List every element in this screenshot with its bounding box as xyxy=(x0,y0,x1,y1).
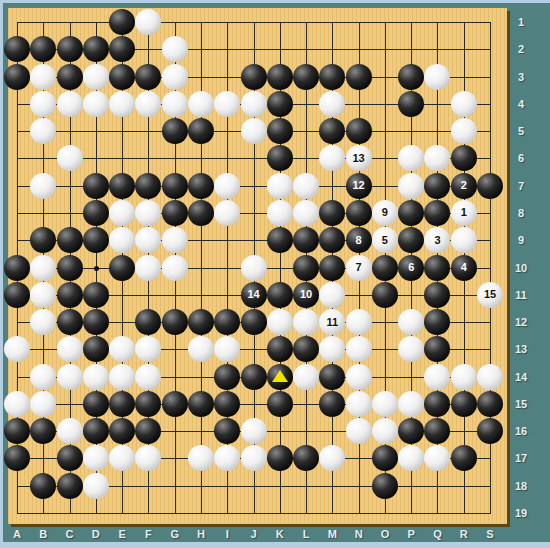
black-stone-R17[interactable] xyxy=(451,445,477,471)
white-stone-M13[interactable] xyxy=(319,336,345,362)
black-stone-J3[interactable] xyxy=(241,64,267,90)
row-label-15: 15 xyxy=(515,398,527,410)
column-label-E: E xyxy=(118,528,125,540)
black-stone-R10[interactable]: 4 xyxy=(451,255,477,281)
white-stone-O8[interactable]: 9 xyxy=(372,200,398,226)
black-stone-P10[interactable]: 6 xyxy=(398,255,424,281)
white-stone-I7[interactable] xyxy=(214,173,240,199)
white-stone-B14[interactable] xyxy=(30,364,56,390)
black-stone-D11[interactable] xyxy=(83,282,109,308)
black-stone-Q7[interactable] xyxy=(424,173,450,199)
black-stone-C11[interactable] xyxy=(57,282,83,308)
black-stone-L9[interactable] xyxy=(293,227,319,253)
white-stone-B3[interactable] xyxy=(30,64,56,90)
white-stone-L7[interactable] xyxy=(293,173,319,199)
white-stone-Q3[interactable] xyxy=(424,64,450,90)
black-stone-I14[interactable] xyxy=(214,364,240,390)
black-stone-P4[interactable] xyxy=(398,91,424,117)
black-stone-H5[interactable] xyxy=(188,118,214,144)
column-label-R: R xyxy=(460,528,468,540)
row-label-14: 14 xyxy=(515,371,527,383)
white-stone-J17[interactable] xyxy=(241,445,267,471)
black-stone-K5[interactable] xyxy=(267,118,293,144)
black-stone-L3[interactable] xyxy=(293,64,319,90)
white-stone-Q14[interactable] xyxy=(424,364,450,390)
column-label-C: C xyxy=(66,528,74,540)
white-stone-Q17[interactable] xyxy=(424,445,450,471)
black-stone-Q15[interactable] xyxy=(424,391,450,417)
column-label-F: F xyxy=(145,528,152,540)
black-stone-K9[interactable] xyxy=(267,227,293,253)
white-stone-I13[interactable] xyxy=(214,336,240,362)
black-stone-E3[interactable] xyxy=(109,64,135,90)
white-stone-J5[interactable] xyxy=(241,118,267,144)
black-stone-E2[interactable] xyxy=(109,36,135,62)
column-label-D: D xyxy=(92,528,100,540)
white-stone-R8[interactable]: 1 xyxy=(451,200,477,226)
black-stone-S7[interactable] xyxy=(477,173,503,199)
black-stone-D16[interactable] xyxy=(83,418,109,444)
white-stone-N13[interactable] xyxy=(346,336,372,362)
go-diagram: { "game": "go", "board_size": 19, "posit… xyxy=(0,0,550,548)
white-stone-H17[interactable] xyxy=(188,445,214,471)
black-stone-L17[interactable] xyxy=(293,445,319,471)
white-stone-B5[interactable] xyxy=(30,118,56,144)
black-stone-Q8[interactable] xyxy=(424,200,450,226)
black-stone-G5[interactable] xyxy=(162,118,188,144)
black-stone-A3[interactable] xyxy=(4,64,30,90)
white-stone-M12[interactable]: 11 xyxy=(319,309,345,335)
white-stone-H4[interactable] xyxy=(188,91,214,117)
white-stone-H13[interactable] xyxy=(188,336,214,362)
grid-line-horizontal xyxy=(17,513,491,514)
black-stone-C9[interactable] xyxy=(57,227,83,253)
white-stone-S11[interactable]: 15 xyxy=(477,282,503,308)
white-stone-B12[interactable] xyxy=(30,309,56,335)
white-stone-E4[interactable] xyxy=(109,91,135,117)
black-stone-G15[interactable] xyxy=(162,391,188,417)
black-stone-Q13[interactable] xyxy=(424,336,450,362)
white-stone-R5[interactable] xyxy=(451,118,477,144)
black-stone-M3[interactable] xyxy=(319,64,345,90)
black-stone-M15[interactable] xyxy=(319,391,345,417)
black-stone-O18[interactable] xyxy=(372,473,398,499)
black-stone-N5[interactable] xyxy=(346,118,372,144)
row-label-6: 6 xyxy=(518,152,524,164)
white-stone-L12[interactable] xyxy=(293,309,319,335)
white-stone-P15[interactable] xyxy=(398,391,424,417)
row-label-18: 18 xyxy=(515,480,527,492)
black-stone-A10[interactable] xyxy=(4,255,30,281)
white-stone-O9[interactable]: 5 xyxy=(372,227,398,253)
white-stone-M6[interactable] xyxy=(319,145,345,171)
black-stone-E15[interactable] xyxy=(109,391,135,417)
black-stone-M10[interactable] xyxy=(319,255,345,281)
black-stone-D15[interactable] xyxy=(83,391,109,417)
row-label-12: 12 xyxy=(515,316,527,328)
black-stone-Q11[interactable] xyxy=(424,282,450,308)
white-stone-D17[interactable] xyxy=(83,445,109,471)
black-stone-E7[interactable] xyxy=(109,173,135,199)
black-stone-B18[interactable] xyxy=(30,473,56,499)
row-label-13: 13 xyxy=(515,343,527,355)
column-label-M: M xyxy=(328,528,337,540)
black-stone-F7[interactable] xyxy=(135,173,161,199)
black-stone-D2[interactable] xyxy=(83,36,109,62)
white-stone-M11[interactable] xyxy=(319,282,345,308)
column-label-Q: Q xyxy=(433,528,442,540)
white-stone-A13[interactable] xyxy=(4,336,30,362)
white-stone-C6[interactable] xyxy=(57,145,83,171)
row-label-9: 9 xyxy=(518,234,524,246)
black-stone-P16[interactable] xyxy=(398,418,424,444)
row-label-3: 3 xyxy=(518,71,524,83)
white-stone-L14[interactable] xyxy=(293,364,319,390)
white-stone-G10[interactable] xyxy=(162,255,188,281)
black-stone-O10[interactable] xyxy=(372,255,398,281)
white-stone-F4[interactable] xyxy=(135,91,161,117)
white-stone-Q9[interactable]: 3 xyxy=(424,227,450,253)
black-stone-A11[interactable] xyxy=(4,282,30,308)
white-stone-D14[interactable] xyxy=(83,364,109,390)
white-stone-C14[interactable] xyxy=(57,364,83,390)
frame-highlight-bottom xyxy=(0,542,550,548)
row-label-7: 7 xyxy=(518,180,524,192)
white-stone-J10[interactable] xyxy=(241,255,267,281)
black-stone-D7[interactable] xyxy=(83,173,109,199)
black-stone-K17[interactable] xyxy=(267,445,293,471)
black-stone-J11[interactable]: 14 xyxy=(241,282,267,308)
black-stone-J14[interactable] xyxy=(241,364,267,390)
black-stone-M14[interactable] xyxy=(319,364,345,390)
black-stone-H7[interactable] xyxy=(188,173,214,199)
column-label-S: S xyxy=(486,528,493,540)
white-stone-F1[interactable] xyxy=(135,9,161,35)
black-stone-F16[interactable] xyxy=(135,418,161,444)
column-label-P: P xyxy=(408,528,415,540)
frame-highlight-top xyxy=(0,0,550,3)
black-stone-R6[interactable] xyxy=(451,145,477,171)
white-stone-E9[interactable] xyxy=(109,227,135,253)
column-label-A: A xyxy=(13,528,21,540)
row-label-4: 4 xyxy=(518,98,524,110)
white-stone-G3[interactable] xyxy=(162,64,188,90)
black-stone-L11[interactable]: 10 xyxy=(293,282,319,308)
black-stone-D12[interactable] xyxy=(83,309,109,335)
black-stone-O11[interactable] xyxy=(372,282,398,308)
white-stone-A15[interactable] xyxy=(4,391,30,417)
white-stone-F9[interactable] xyxy=(135,227,161,253)
white-stone-B15[interactable] xyxy=(30,391,56,417)
black-stone-F12[interactable] xyxy=(135,309,161,335)
white-stone-R14[interactable] xyxy=(451,364,477,390)
black-stone-C18[interactable] xyxy=(57,473,83,499)
black-stone-Q10[interactable] xyxy=(424,255,450,281)
white-stone-N16[interactable] xyxy=(346,418,372,444)
white-stone-E13[interactable] xyxy=(109,336,135,362)
star-point xyxy=(94,266,99,271)
white-stone-R4[interactable] xyxy=(451,91,477,117)
black-stone-H8[interactable] xyxy=(188,200,214,226)
white-stone-L8[interactable] xyxy=(293,200,319,226)
black-stone-A2[interactable] xyxy=(4,36,30,62)
black-stone-G7[interactable] xyxy=(162,173,188,199)
white-stone-P7[interactable] xyxy=(398,173,424,199)
black-stone-K3[interactable] xyxy=(267,64,293,90)
row-label-17: 17 xyxy=(515,452,527,464)
white-stone-D3[interactable] xyxy=(83,64,109,90)
black-stone-K13[interactable] xyxy=(267,336,293,362)
black-stone-G8[interactable] xyxy=(162,200,188,226)
black-stone-I15[interactable] xyxy=(214,391,240,417)
row-label-10: 10 xyxy=(515,262,527,274)
white-stone-J16[interactable] xyxy=(241,418,267,444)
black-stone-H12[interactable] xyxy=(188,309,214,335)
black-stone-H15[interactable] xyxy=(188,391,214,417)
black-stone-E16[interactable] xyxy=(109,418,135,444)
black-stone-F15[interactable] xyxy=(135,391,161,417)
black-stone-N9[interactable]: 8 xyxy=(346,227,372,253)
white-stone-E17[interactable] xyxy=(109,445,135,471)
black-stone-C10[interactable] xyxy=(57,255,83,281)
white-stone-J4[interactable] xyxy=(241,91,267,117)
column-label-O: O xyxy=(381,528,390,540)
white-stone-E14[interactable] xyxy=(109,364,135,390)
column-label-L: L xyxy=(303,528,310,540)
black-stone-B16[interactable] xyxy=(30,418,56,444)
black-stone-N7[interactable]: 12 xyxy=(346,173,372,199)
black-stone-S16[interactable] xyxy=(477,418,503,444)
row-label-5: 5 xyxy=(518,125,524,137)
white-stone-P13[interactable] xyxy=(398,336,424,362)
row-label-2: 2 xyxy=(518,43,524,55)
black-stone-K15[interactable] xyxy=(267,391,293,417)
column-label-G: G xyxy=(170,528,179,540)
white-stone-I17[interactable] xyxy=(214,445,240,471)
white-stone-R9[interactable] xyxy=(451,227,477,253)
black-stone-P9[interactable] xyxy=(398,227,424,253)
white-stone-B10[interactable] xyxy=(30,255,56,281)
white-stone-B11[interactable] xyxy=(30,282,56,308)
black-stone-N3[interactable] xyxy=(346,64,372,90)
black-stone-I16[interactable] xyxy=(214,418,240,444)
black-stone-G12[interactable] xyxy=(162,309,188,335)
black-stone-Q16[interactable] xyxy=(424,418,450,444)
white-stone-P17[interactable] xyxy=(398,445,424,471)
black-stone-F3[interactable] xyxy=(135,64,161,90)
black-stone-K11[interactable] xyxy=(267,282,293,308)
white-stone-N12[interactable] xyxy=(346,309,372,335)
black-stone-R15[interactable] xyxy=(451,391,477,417)
white-stone-N15[interactable] xyxy=(346,391,372,417)
black-stone-D13[interactable] xyxy=(83,336,109,362)
white-stone-P6[interactable] xyxy=(398,145,424,171)
white-stone-G2[interactable] xyxy=(162,36,188,62)
white-stone-N10[interactable]: 7 xyxy=(346,255,372,281)
white-stone-E8[interactable] xyxy=(109,200,135,226)
black-stone-Q12[interactable] xyxy=(424,309,450,335)
black-stone-S15[interactable] xyxy=(477,391,503,417)
white-stone-F10[interactable] xyxy=(135,255,161,281)
white-stone-C13[interactable] xyxy=(57,336,83,362)
black-stone-M5[interactable] xyxy=(319,118,345,144)
black-stone-B2[interactable] xyxy=(30,36,56,62)
white-stone-N6[interactable]: 13 xyxy=(346,145,372,171)
white-stone-F13[interactable] xyxy=(135,336,161,362)
white-stone-N14[interactable] xyxy=(346,364,372,390)
white-stone-I4[interactable] xyxy=(214,91,240,117)
black-stone-P3[interactable] xyxy=(398,64,424,90)
white-stone-K8[interactable] xyxy=(267,200,293,226)
row-label-16: 16 xyxy=(515,425,527,437)
black-stone-I12[interactable] xyxy=(214,309,240,335)
white-stone-M4[interactable] xyxy=(319,91,345,117)
white-stone-I8[interactable] xyxy=(214,200,240,226)
white-stone-F17[interactable] xyxy=(135,445,161,471)
black-stone-L10[interactable] xyxy=(293,255,319,281)
column-label-N: N xyxy=(355,528,363,540)
black-stone-C17[interactable] xyxy=(57,445,83,471)
black-stone-C2[interactable] xyxy=(57,36,83,62)
black-stone-C12[interactable] xyxy=(57,309,83,335)
black-stone-N8[interactable] xyxy=(346,200,372,226)
white-stone-D4[interactable] xyxy=(83,91,109,117)
white-stone-G4[interactable] xyxy=(162,91,188,117)
white-stone-B7[interactable] xyxy=(30,173,56,199)
black-stone-E10[interactable] xyxy=(109,255,135,281)
black-stone-B9[interactable] xyxy=(30,227,56,253)
white-stone-K12[interactable] xyxy=(267,309,293,335)
white-stone-O16[interactable] xyxy=(372,418,398,444)
white-stone-G9[interactable] xyxy=(162,227,188,253)
column-label-J: J xyxy=(250,528,256,540)
white-stone-F8[interactable] xyxy=(135,200,161,226)
column-label-B: B xyxy=(39,528,47,540)
black-stone-A16[interactable] xyxy=(4,418,30,444)
black-stone-D8[interactable] xyxy=(83,200,109,226)
black-stone-O17[interactable] xyxy=(372,445,398,471)
column-label-I: I xyxy=(226,528,229,540)
black-stone-K6[interactable] xyxy=(267,145,293,171)
triangle-marker xyxy=(272,370,288,382)
white-stone-M17[interactable] xyxy=(319,445,345,471)
row-label-1: 1 xyxy=(518,16,524,28)
white-stone-F14[interactable] xyxy=(135,364,161,390)
row-label-8: 8 xyxy=(518,207,524,219)
white-stone-C4[interactable] xyxy=(57,91,83,117)
black-stone-K4[interactable] xyxy=(267,91,293,117)
black-stone-L13[interactable] xyxy=(293,336,319,362)
white-stone-P12[interactable] xyxy=(398,309,424,335)
white-stone-Q6[interactable] xyxy=(424,145,450,171)
white-stone-O15[interactable] xyxy=(372,391,398,417)
black-stone-P8[interactable] xyxy=(398,200,424,226)
black-stone-E1[interactable] xyxy=(109,9,135,35)
white-stone-B4[interactable] xyxy=(30,91,56,117)
white-stone-C16[interactable] xyxy=(57,418,83,444)
black-stone-A17[interactable] xyxy=(4,445,30,471)
black-stone-M8[interactable] xyxy=(319,200,345,226)
frame-highlight-left xyxy=(0,0,3,548)
row-label-11: 11 xyxy=(515,289,527,301)
black-stone-R7[interactable]: 2 xyxy=(451,173,477,199)
black-stone-C3[interactable] xyxy=(57,64,83,90)
go-board[interactable]: 131229185376414101511 xyxy=(8,8,507,524)
white-stone-D18[interactable] xyxy=(83,473,109,499)
white-stone-K7[interactable] xyxy=(267,173,293,199)
black-stone-J12[interactable] xyxy=(241,309,267,335)
column-label-K: K xyxy=(276,528,284,540)
column-label-H: H xyxy=(197,528,205,540)
black-stone-D9[interactable] xyxy=(83,227,109,253)
white-stone-S14[interactable] xyxy=(477,364,503,390)
black-stone-M9[interactable] xyxy=(319,227,345,253)
row-label-19: 19 xyxy=(515,507,527,519)
